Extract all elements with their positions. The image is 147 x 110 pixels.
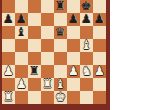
- chess-board: ♜♚♟♟♟♟♟♝♛♝♟♜♟♞♟♟♜♝♜♚: [2, 0, 106, 104]
- square-b2[interactable]: ♟: [15, 78, 28, 91]
- square-a1[interactable]: ♜: [2, 91, 15, 104]
- square-g5[interactable]: ♝: [80, 39, 93, 52]
- piece-white-king: ♚: [54, 91, 67, 104]
- piece-white-pawn: ♟: [93, 65, 106, 78]
- piece-black-pawn: ♟: [93, 13, 106, 26]
- piece-white-pawn: ♟: [67, 65, 80, 78]
- square-a7[interactable]: ♟: [2, 13, 15, 26]
- square-c2[interactable]: [28, 78, 41, 91]
- square-f7[interactable]: ♟: [67, 13, 80, 26]
- piece-black-rook: ♜: [54, 0, 67, 13]
- square-e1[interactable]: ♚: [54, 91, 67, 104]
- square-d6[interactable]: [41, 26, 54, 39]
- square-g1[interactable]: [80, 91, 93, 104]
- square-d7[interactable]: [41, 13, 54, 26]
- square-b4[interactable]: [15, 52, 28, 65]
- square-h6[interactable]: [93, 26, 106, 39]
- piece-white-pawn: ♟: [15, 78, 28, 91]
- square-d4[interactable]: [41, 52, 54, 65]
- square-d5[interactable]: [41, 39, 54, 52]
- square-f5[interactable]: [67, 39, 80, 52]
- square-c6[interactable]: [28, 26, 41, 39]
- square-c1[interactable]: [28, 91, 41, 104]
- square-g7[interactable]: ♟: [80, 13, 93, 26]
- piece-white-rook: ♜: [41, 78, 54, 91]
- square-d1[interactable]: [41, 91, 54, 104]
- square-e5[interactable]: [54, 39, 67, 52]
- piece-black-pawn: ♟: [67, 13, 80, 26]
- square-b5[interactable]: [15, 39, 28, 52]
- square-h1[interactable]: [93, 91, 106, 104]
- square-g3[interactable]: ♞: [80, 65, 93, 78]
- square-h3[interactable]: ♟: [93, 65, 106, 78]
- square-g2[interactable]: [80, 78, 93, 91]
- square-h5[interactable]: [93, 39, 106, 52]
- square-h2[interactable]: [93, 78, 106, 91]
- piece-black-bishop: ♝: [15, 26, 28, 39]
- square-f3[interactable]: ♟: [67, 65, 80, 78]
- square-f6[interactable]: [67, 26, 80, 39]
- square-f2[interactable]: [67, 78, 80, 91]
- square-d8[interactable]: [41, 0, 54, 13]
- piece-black-rook: ♜: [28, 65, 41, 78]
- square-c5[interactable]: [28, 39, 41, 52]
- square-a5[interactable]: [2, 39, 15, 52]
- board-border: ♜♚♟♟♟♟♟♝♛♝♟♜♟♞♟♟♜♝♜♚: [0, 0, 110, 110]
- square-h7[interactable]: ♟: [93, 13, 106, 26]
- square-e8[interactable]: ♜: [54, 0, 67, 13]
- piece-white-pawn: ♟: [2, 65, 15, 78]
- square-a6[interactable]: [2, 26, 15, 39]
- square-c8[interactable]: [28, 0, 41, 13]
- piece-white-rook: ♜: [2, 91, 15, 104]
- square-c3[interactable]: ♜: [28, 65, 41, 78]
- square-a3[interactable]: ♟: [2, 65, 15, 78]
- square-f1[interactable]: [67, 91, 80, 104]
- square-e4[interactable]: [54, 52, 67, 65]
- chess-diagram: ♜♚♟♟♟♟♟♝♛♝♟♜♟♞♟♟♜♝♜♚: [0, 0, 147, 110]
- piece-white-knight: ♞: [80, 65, 93, 78]
- square-d2[interactable]: ♜: [41, 78, 54, 91]
- square-b6[interactable]: ♝: [15, 26, 28, 39]
- piece-black-pawn: ♟: [2, 13, 15, 26]
- square-b1[interactable]: [15, 91, 28, 104]
- page-margin: [110, 0, 147, 110]
- square-e6[interactable]: ♛: [54, 26, 67, 39]
- piece-white-bishop: ♝: [80, 39, 93, 52]
- piece-black-pawn: ♟: [80, 13, 93, 26]
- square-c7[interactable]: [28, 13, 41, 26]
- piece-black-queen: ♛: [54, 26, 67, 39]
